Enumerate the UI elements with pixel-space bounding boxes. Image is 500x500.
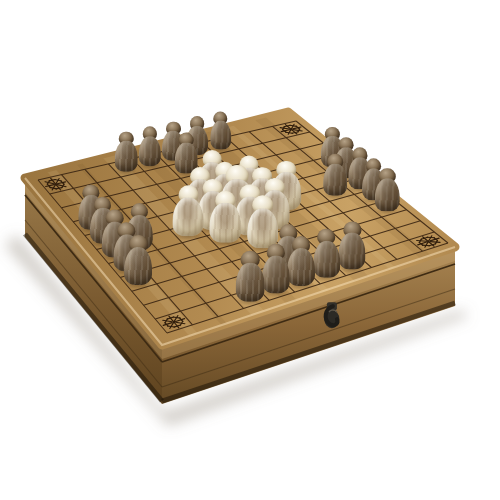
attacker-piece[interactable] [261,243,289,294]
attacker-piece[interactable] [323,154,347,196]
attacker-piece[interactable] [338,221,365,270]
attacker-piece[interactable] [287,236,315,286]
attacker-piece[interactable] [115,131,138,171]
attacker-piece[interactable] [236,251,265,302]
defender-piece[interactable] [173,185,204,237]
attacker-piece[interactable] [210,111,232,149]
attacker-piece[interactable] [375,168,400,212]
attacker-piece[interactable] [313,228,341,277]
attacker-piece[interactable] [139,126,161,166]
product-photo-scene [0,0,500,500]
defender-piece[interactable] [210,191,241,243]
attacker-piece[interactable] [124,235,152,285]
